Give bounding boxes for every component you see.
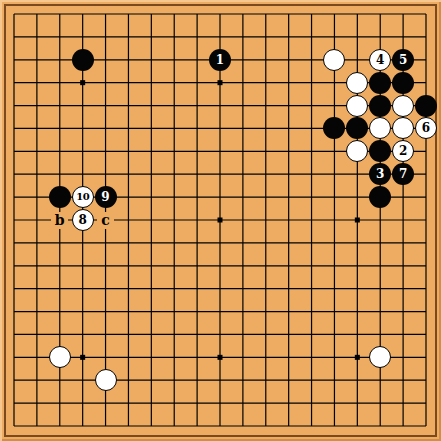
stone-white [49,346,71,368]
stone-black [392,72,414,94]
stone-white [95,369,117,391]
move-10-stone-white: 10 [72,186,94,208]
star-point [80,355,85,360]
stone-black [72,49,94,71]
stone-black [369,95,391,117]
move-4-stone-white: 4 [369,49,391,71]
stone-black [369,72,391,94]
star-point [218,355,223,360]
move-9-stone-black: 9 [95,186,117,208]
stone-white [346,95,368,117]
move-5-stone-black: 5 [392,49,414,71]
star-point [218,80,223,85]
star-point [355,218,360,223]
go-board: 14562371098bc [0,0,441,441]
stone-black [49,186,71,208]
point-label-b: b [51,212,68,229]
star-point [355,355,360,360]
star-point [80,80,85,85]
star-point [218,218,223,223]
stone-white [346,72,368,94]
move-8-stone-white: 8 [72,209,94,231]
point-label-c: c [97,212,114,229]
stone-black [415,95,437,117]
stone-white [392,95,414,117]
move-1-stone-black: 1 [209,49,231,71]
